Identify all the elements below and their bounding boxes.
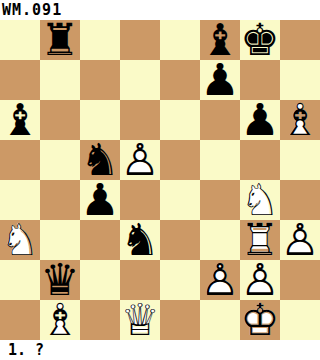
square-f6[interactable] <box>200 100 240 140</box>
white-knight[interactable]: ♘ <box>0 220 40 260</box>
square-d8[interactable] <box>120 20 160 60</box>
square-b5[interactable] <box>40 140 80 180</box>
black-king[interactable]: ♚ <box>240 20 280 60</box>
white-bishop[interactable]: ♗ <box>40 300 80 340</box>
square-g1[interactable]: ♚♔ <box>240 300 280 340</box>
square-e5[interactable] <box>160 140 200 180</box>
square-h8[interactable] <box>280 20 320 60</box>
square-d1[interactable]: ♛♕ <box>120 300 160 340</box>
square-h2[interactable] <box>280 260 320 300</box>
square-e8[interactable] <box>160 20 200 60</box>
white-bishop[interactable]: ♗ <box>280 100 320 140</box>
square-c8[interactable] <box>80 20 120 60</box>
square-b1[interactable]: ♝♗ <box>40 300 80 340</box>
square-e4[interactable] <box>160 180 200 220</box>
white-king[interactable]: ♔ <box>240 300 280 340</box>
square-b8[interactable]: ♜ <box>40 20 80 60</box>
square-a5[interactable] <box>0 140 40 180</box>
square-b7[interactable] <box>40 60 80 100</box>
black-bishop[interactable]: ♝ <box>0 100 40 140</box>
square-d7[interactable] <box>120 60 160 100</box>
square-h1[interactable] <box>280 300 320 340</box>
black-rook[interactable]: ♜ <box>40 20 80 60</box>
square-h3[interactable]: ♟♙ <box>280 220 320 260</box>
square-e1[interactable] <box>160 300 200 340</box>
square-f4[interactable] <box>200 180 240 220</box>
square-h6[interactable]: ♝♗ <box>280 100 320 140</box>
square-b4[interactable] <box>40 180 80 220</box>
square-e2[interactable] <box>160 260 200 300</box>
square-d5[interactable]: ♟♙ <box>120 140 160 180</box>
square-f7[interactable]: ♟ <box>200 60 240 100</box>
square-f2[interactable]: ♟♙ <box>200 260 240 300</box>
square-a2[interactable] <box>0 260 40 300</box>
square-a3[interactable]: ♞♘ <box>0 220 40 260</box>
black-pawn[interactable]: ♟ <box>80 180 120 220</box>
white-pawn[interactable]: ♙ <box>120 140 160 180</box>
square-g8[interactable]: ♚ <box>240 20 280 60</box>
square-a1[interactable] <box>0 300 40 340</box>
square-c7[interactable] <box>80 60 120 100</box>
white-queen[interactable]: ♕ <box>120 300 160 340</box>
black-pawn[interactable]: ♟ <box>200 60 240 100</box>
square-b6[interactable] <box>40 100 80 140</box>
square-a8[interactable] <box>0 20 40 60</box>
square-h5[interactable] <box>280 140 320 180</box>
white-pawn[interactable]: ♙ <box>200 260 240 300</box>
square-f1[interactable] <box>200 300 240 340</box>
white-pawn[interactable]: ♙ <box>280 220 320 260</box>
black-pawn[interactable]: ♟ <box>240 100 280 140</box>
square-c3[interactable] <box>80 220 120 260</box>
square-d3[interactable]: ♞ <box>120 220 160 260</box>
square-a6[interactable]: ♝ <box>0 100 40 140</box>
square-e7[interactable] <box>160 60 200 100</box>
square-c1[interactable] <box>80 300 120 340</box>
chess-board: ♜♝♚♟♝♟♝♗♞♟♙♟♞♘♞♘♞♜♖♟♙♛♟♙♟♙♝♗♛♕♚♔ <box>0 20 320 340</box>
square-g6[interactable]: ♟ <box>240 100 280 140</box>
square-f5[interactable] <box>200 140 240 180</box>
square-c2[interactable] <box>80 260 120 300</box>
black-knight[interactable]: ♞ <box>120 220 160 260</box>
puzzle-window: WM.091 ♜♝♚♟♝♟♝♗♞♟♙♟♞♘♞♘♞♜♖♟♙♛♟♙♟♙♝♗♛♕♚♔ … <box>0 0 320 360</box>
square-e6[interactable] <box>160 100 200 140</box>
square-c4[interactable]: ♟ <box>80 180 120 220</box>
square-e3[interactable] <box>160 220 200 260</box>
